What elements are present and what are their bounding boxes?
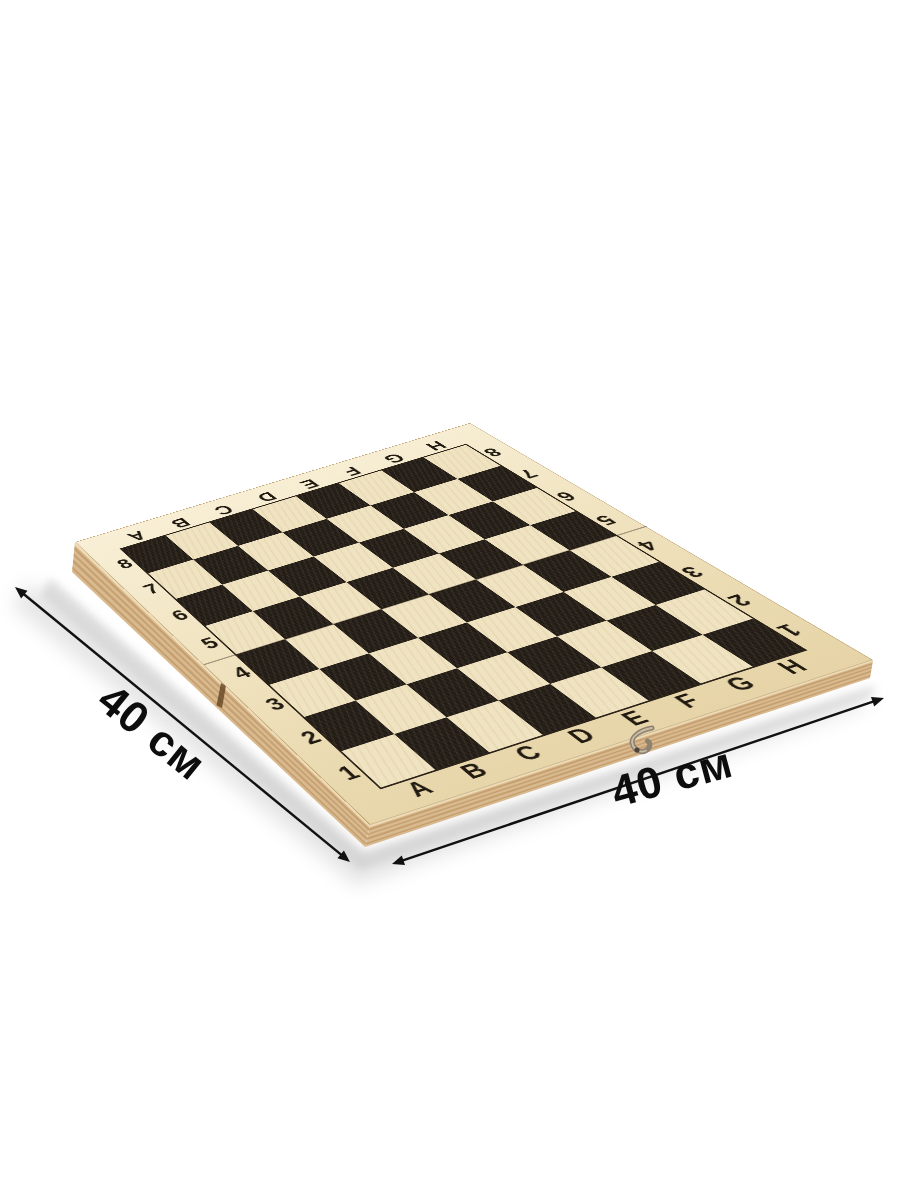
playing-field bbox=[122, 445, 804, 788]
product-photo-chessboard: ABCDEFGH ABCDEFGH 87654321 87654321 40 с… bbox=[0, 0, 900, 1200]
fold-seam-crack bbox=[217, 683, 227, 708]
dimension-label-left: 40 см bbox=[74, 662, 230, 802]
